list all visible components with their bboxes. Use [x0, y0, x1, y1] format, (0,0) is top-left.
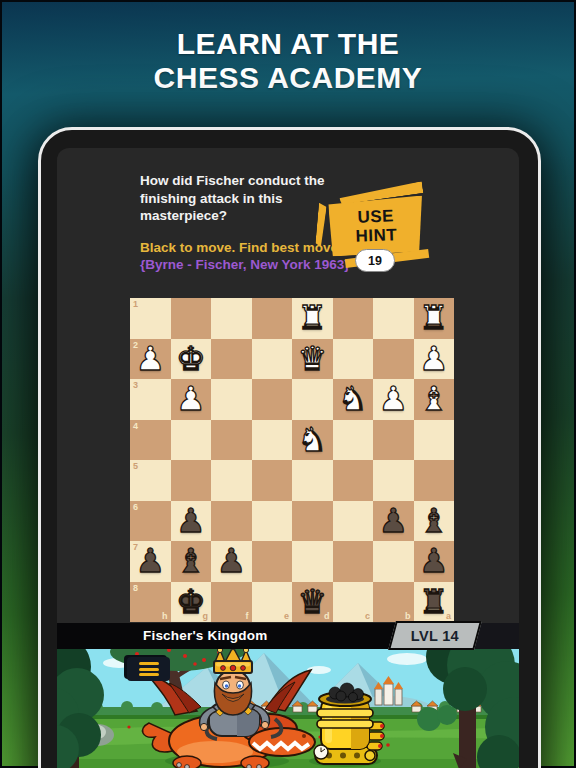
white-pawn-a2: ♟ — [419, 339, 449, 379]
square-f5[interactable] — [211, 460, 252, 501]
square-b2[interactable] — [373, 339, 414, 380]
square-d3[interactable] — [292, 379, 333, 420]
white-knight-d4: ♞ — [297, 420, 327, 460]
square-b6[interactable]: ♟ — [373, 501, 414, 542]
file-label: c — [365, 611, 370, 621]
square-c4[interactable] — [333, 420, 374, 461]
square-b8[interactable]: b — [373, 582, 414, 623]
black-bishop-g7: ♝ — [176, 541, 206, 581]
square-d2[interactable]: ♛ — [292, 339, 333, 380]
hint-label-line1: USE — [357, 206, 394, 226]
square-e2[interactable] — [252, 339, 293, 380]
square-g8[interactable]: g♚ — [171, 582, 212, 623]
black-king-g8: ♚ — [176, 582, 206, 622]
square-a8[interactable]: a♜ — [414, 582, 455, 623]
rank-label: 2 — [133, 340, 138, 350]
page-title: LEARN AT THE CHESS ACADEMY — [0, 27, 576, 95]
square-f3[interactable] — [211, 379, 252, 420]
white-rook-a1: ♜ — [419, 298, 449, 338]
square-h7[interactable]: 7♟ — [130, 541, 171, 582]
white-pawn-b3: ♟ — [378, 379, 408, 419]
square-g1[interactable] — [171, 298, 212, 339]
square-f6[interactable] — [211, 501, 252, 542]
rank-label: 7 — [133, 542, 138, 552]
page-title-line2: CHESS ACADEMY — [0, 61, 576, 95]
tablet-screen: How did Fischer conduct the finishing at… — [57, 148, 519, 768]
square-c8[interactable]: c — [333, 582, 374, 623]
menu-button[interactable] — [127, 657, 170, 681]
square-e7[interactable] — [252, 541, 293, 582]
square-e3[interactable] — [252, 379, 293, 420]
square-g4[interactable] — [171, 420, 212, 461]
square-e8[interactable]: e — [252, 582, 293, 623]
file-label: g — [203, 611, 209, 621]
rank-label: 1 — [133, 299, 138, 309]
chess-academy-page: LEARN AT THE CHESS ACADEMY How did Fisch… — [0, 0, 576, 768]
square-e6[interactable] — [252, 501, 293, 542]
hint-count-badge: 19 — [355, 249, 395, 272]
square-a2[interactable]: ♟ — [414, 339, 455, 380]
square-g3[interactable]: ♟ — [171, 379, 212, 420]
hint-label-line2: HINT — [355, 225, 397, 245]
square-f2[interactable] — [211, 339, 252, 380]
use-hint-button[interactable]: USE HINT 19 — [315, 188, 433, 272]
black-pawn-a7: ♟ — [419, 541, 449, 581]
square-f1[interactable] — [211, 298, 252, 339]
hint-label: USE HINT — [328, 195, 424, 256]
square-g6[interactable]: ♟ — [171, 501, 212, 542]
white-pawn-h2: ♟ — [135, 339, 165, 379]
black-pawn-g6: ♟ — [176, 501, 206, 541]
white-rook-d1: ♜ — [297, 298, 327, 338]
rank-label: 6 — [133, 502, 138, 512]
black-queen-d8: ♛ — [297, 582, 327, 622]
square-g7[interactable]: ♝ — [171, 541, 212, 582]
square-b5[interactable] — [373, 460, 414, 501]
file-label: e — [284, 611, 289, 621]
level-badge-text: LVL 14 — [411, 628, 459, 644]
square-d8[interactable]: d♛ — [292, 582, 333, 623]
square-a7[interactable]: ♟ — [414, 541, 455, 582]
black-rook-a8: ♜ — [419, 582, 449, 622]
square-e1[interactable] — [252, 298, 293, 339]
square-c5[interactable] — [333, 460, 374, 501]
square-b7[interactable] — [373, 541, 414, 582]
black-pawn-h7: ♟ — [135, 541, 165, 581]
level-badge: LVL 14 — [388, 621, 482, 650]
file-label: a — [446, 611, 451, 621]
chess-board[interactable]: 1♜♜2♟♚♛♟3♟♞♟♝4♞56♟♟♝7♟♝♟♟8hg♚fed♛cba♜ — [130, 298, 454, 622]
square-h2[interactable]: 2♟ — [130, 339, 171, 380]
square-c1[interactable] — [333, 298, 374, 339]
file-label: b — [405, 611, 411, 621]
black-pawn-f7: ♟ — [216, 541, 246, 581]
square-d7[interactable] — [292, 541, 333, 582]
page-title-line1: LEARN AT THE — [0, 27, 576, 61]
rank-label: 4 — [133, 421, 138, 431]
square-f8[interactable]: f — [211, 582, 252, 623]
square-a5[interactable] — [414, 460, 455, 501]
square-c7[interactable] — [333, 541, 374, 582]
square-g2[interactable]: ♚ — [171, 339, 212, 380]
square-b3[interactable]: ♟ — [373, 379, 414, 420]
square-f4[interactable] — [211, 420, 252, 461]
rank-label: 5 — [133, 461, 138, 471]
rank-label: 3 — [133, 380, 138, 390]
file-label: d — [324, 611, 330, 621]
rank-label: 8 — [133, 583, 138, 593]
square-h1[interactable]: 1 — [130, 298, 171, 339]
white-bishop-a3: ♝ — [419, 379, 449, 419]
square-f7[interactable]: ♟ — [211, 541, 252, 582]
square-h8[interactable]: 8h — [130, 582, 171, 623]
crown-icon — [214, 649, 252, 673]
black-pawn-b6: ♟ — [378, 501, 408, 541]
square-a4[interactable] — [414, 420, 455, 461]
square-c3[interactable]: ♞ — [333, 379, 374, 420]
black-bishop-a6: ♝ — [419, 501, 449, 541]
square-d4[interactable]: ♞ — [292, 420, 333, 461]
kingdom-title: Fischer's Kingdom — [143, 623, 267, 649]
square-e4[interactable] — [252, 420, 293, 461]
square-d6[interactable] — [292, 501, 333, 542]
square-d5[interactable] — [292, 460, 333, 501]
square-b4[interactable] — [373, 420, 414, 461]
white-knight-c3: ♞ — [338, 379, 368, 419]
square-a1[interactable]: ♜ — [414, 298, 455, 339]
square-d1[interactable]: ♜ — [292, 298, 333, 339]
white-queen-d2: ♛ — [297, 339, 327, 379]
square-e5[interactable] — [252, 460, 293, 501]
square-b1[interactable] — [373, 298, 414, 339]
white-pawn-g3: ♟ — [176, 379, 206, 419]
square-a3[interactable]: ♝ — [414, 379, 455, 420]
square-h6[interactable]: 6 — [130, 501, 171, 542]
file-label: f — [246, 611, 249, 621]
square-h5[interactable]: 5 — [130, 460, 171, 501]
square-h4[interactable]: 4 — [130, 420, 171, 461]
file-label: h — [162, 611, 168, 621]
hint-decor-sliver — [315, 203, 327, 248]
square-c2[interactable] — [333, 339, 374, 380]
tablet-frame: How did Fischer conduct the finishing at… — [38, 127, 541, 768]
square-g5[interactable] — [171, 460, 212, 501]
square-c6[interactable] — [333, 501, 374, 542]
white-king-g2: ♚ — [176, 339, 206, 379]
square-a6[interactable]: ♝ — [414, 501, 455, 542]
square-h3[interactable]: 3 — [130, 379, 171, 420]
